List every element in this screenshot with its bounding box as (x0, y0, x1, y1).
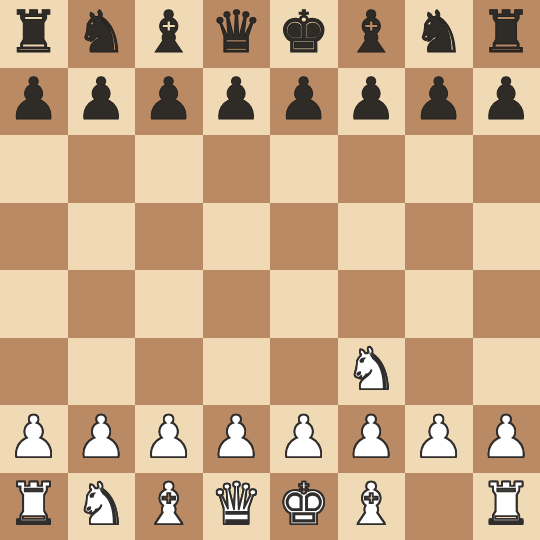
square-a1[interactable]: ♜ (0, 473, 68, 540)
black-pawn[interactable]: ♟ (210, 70, 262, 128)
square-h1[interactable]: ♜ (473, 473, 540, 540)
square-c1[interactable]: ♝ (135, 473, 203, 540)
square-g7[interactable]: ♟ (405, 68, 473, 136)
square-e7[interactable]: ♟ (270, 68, 338, 136)
square-g3[interactable] (405, 338, 473, 406)
square-e1[interactable]: ♚ (270, 473, 338, 540)
square-d3[interactable] (203, 338, 271, 406)
square-h2[interactable]: ♟ (473, 405, 540, 473)
square-b8[interactable]: ♞ (68, 0, 136, 68)
white-king[interactable]: ♚ (278, 475, 330, 533)
black-queen[interactable]: ♛ (210, 3, 262, 61)
square-c5[interactable] (135, 203, 203, 271)
black-pawn[interactable]: ♟ (143, 70, 195, 128)
square-b4[interactable] (68, 270, 136, 338)
white-pawn[interactable]: ♟ (345, 408, 397, 466)
square-c3[interactable] (135, 338, 203, 406)
square-g1[interactable] (405, 473, 473, 540)
white-bishop[interactable]: ♝ (345, 475, 397, 533)
black-pawn[interactable]: ♟ (480, 70, 532, 128)
square-c7[interactable]: ♟ (135, 68, 203, 136)
square-d4[interactable] (203, 270, 271, 338)
white-pawn[interactable]: ♟ (143, 408, 195, 466)
square-d1[interactable]: ♛ (203, 473, 271, 540)
square-d5[interactable] (203, 203, 271, 271)
white-knight[interactable]: ♞ (345, 340, 397, 398)
black-pawn[interactable]: ♟ (413, 70, 465, 128)
black-rook[interactable]: ♜ (480, 3, 532, 61)
black-king[interactable]: ♚ (278, 3, 330, 61)
white-bishop[interactable]: ♝ (143, 475, 195, 533)
square-b5[interactable] (68, 203, 136, 271)
square-a4[interactable] (0, 270, 68, 338)
square-h4[interactable] (473, 270, 540, 338)
square-f8[interactable]: ♝ (338, 0, 406, 68)
square-d6[interactable] (203, 135, 271, 203)
square-e3[interactable] (270, 338, 338, 406)
square-f6[interactable] (338, 135, 406, 203)
white-rook[interactable]: ♜ (480, 475, 532, 533)
square-g5[interactable] (405, 203, 473, 271)
square-d7[interactable]: ♟ (203, 68, 271, 136)
square-e4[interactable] (270, 270, 338, 338)
black-bishop[interactable]: ♝ (345, 3, 397, 61)
black-pawn[interactable]: ♟ (8, 70, 60, 128)
square-a7[interactable]: ♟ (0, 68, 68, 136)
square-h5[interactable] (473, 203, 540, 271)
black-knight[interactable]: ♞ (413, 3, 465, 61)
black-pawn[interactable]: ♟ (345, 70, 397, 128)
chess-board: ♜♞♝♛♚♝♞♜♟♟♟♟♟♟♟♟♞♟♟♟♟♟♟♟♟♜♞♝♛♚♝♜ (0, 0, 540, 540)
black-pawn[interactable]: ♟ (75, 70, 127, 128)
square-a3[interactable] (0, 338, 68, 406)
square-g2[interactable]: ♟ (405, 405, 473, 473)
square-h7[interactable]: ♟ (473, 68, 540, 136)
square-e6[interactable] (270, 135, 338, 203)
square-h8[interactable]: ♜ (473, 0, 540, 68)
square-g6[interactable] (405, 135, 473, 203)
square-c6[interactable] (135, 135, 203, 203)
square-f3[interactable]: ♞ (338, 338, 406, 406)
white-pawn[interactable]: ♟ (210, 408, 262, 466)
square-a5[interactable] (0, 203, 68, 271)
square-e5[interactable] (270, 203, 338, 271)
square-a6[interactable] (0, 135, 68, 203)
square-b1[interactable]: ♞ (68, 473, 136, 540)
square-f4[interactable] (338, 270, 406, 338)
square-a8[interactable]: ♜ (0, 0, 68, 68)
square-h6[interactable] (473, 135, 540, 203)
square-f1[interactable]: ♝ (338, 473, 406, 540)
square-h3[interactable] (473, 338, 540, 406)
square-b3[interactable] (68, 338, 136, 406)
black-bishop[interactable]: ♝ (143, 3, 195, 61)
square-d8[interactable]: ♛ (203, 0, 271, 68)
square-e8[interactable]: ♚ (270, 0, 338, 68)
square-f2[interactable]: ♟ (338, 405, 406, 473)
square-b2[interactable]: ♟ (68, 405, 136, 473)
black-pawn[interactable]: ♟ (278, 70, 330, 128)
square-c2[interactable]: ♟ (135, 405, 203, 473)
square-e2[interactable]: ♟ (270, 405, 338, 473)
white-queen[interactable]: ♛ (210, 475, 262, 533)
square-d2[interactable]: ♟ (203, 405, 271, 473)
square-f5[interactable] (338, 203, 406, 271)
square-g8[interactable]: ♞ (405, 0, 473, 68)
white-pawn[interactable]: ♟ (8, 408, 60, 466)
white-knight[interactable]: ♞ (75, 475, 127, 533)
black-rook[interactable]: ♜ (8, 3, 60, 61)
white-pawn[interactable]: ♟ (278, 408, 330, 466)
square-a2[interactable]: ♟ (0, 405, 68, 473)
white-rook[interactable]: ♜ (8, 475, 60, 533)
square-b6[interactable] (68, 135, 136, 203)
square-f7[interactable]: ♟ (338, 68, 406, 136)
square-c8[interactable]: ♝ (135, 0, 203, 68)
square-g4[interactable] (405, 270, 473, 338)
square-c4[interactable] (135, 270, 203, 338)
white-pawn[interactable]: ♟ (75, 408, 127, 466)
square-b7[interactable]: ♟ (68, 68, 136, 136)
black-knight[interactable]: ♞ (75, 3, 127, 61)
white-pawn[interactable]: ♟ (480, 408, 532, 466)
white-pawn[interactable]: ♟ (413, 408, 465, 466)
